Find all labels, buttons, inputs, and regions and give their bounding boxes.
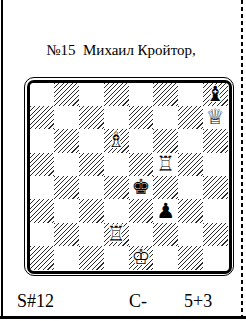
chess-problem-card: №15 Михаил Кройтор, Super Problem, 31.03… — [0, 0, 246, 321]
square-b8 — [54, 83, 79, 106]
chess-board: ♝♕♗♖♚♟♖♔ — [24, 77, 234, 276]
piece-white-queen: ♕ — [206, 107, 225, 128]
computer-test-label: C- — [129, 291, 147, 311]
title-line-author: №15 Михаил Кройтор, — [4, 41, 238, 61]
square-c5 — [79, 153, 104, 176]
square-d1 — [104, 246, 129, 269]
square-e6 — [129, 129, 154, 152]
square-b5 — [54, 153, 79, 176]
square-a3 — [30, 199, 55, 222]
page-border-left — [1, 0, 3, 319]
square-f5: ♖ — [153, 153, 178, 176]
square-c8 — [79, 83, 104, 106]
square-f6 — [153, 129, 178, 152]
square-c7 — [79, 106, 104, 129]
square-f8 — [153, 83, 178, 106]
square-a5 — [30, 153, 55, 176]
chess-board-inner-frame: ♝♕♗♖♚♟♖♔ — [27, 80, 232, 274]
square-a1 — [30, 246, 55, 269]
square-e8 — [129, 83, 154, 106]
square-e3 — [129, 199, 154, 222]
square-f2 — [153, 223, 178, 246]
square-d3 — [104, 199, 129, 222]
square-b3 — [54, 199, 79, 222]
square-b1 — [54, 246, 79, 269]
piece-white-rook: ♖ — [156, 154, 175, 175]
square-f1 — [153, 246, 178, 269]
square-b6 — [54, 129, 79, 152]
square-d5 — [104, 153, 129, 176]
square-g2 — [178, 223, 203, 246]
square-h1 — [203, 246, 228, 269]
square-f7 — [153, 106, 178, 129]
square-e1: ♔ — [129, 246, 154, 269]
square-c2 — [79, 223, 104, 246]
piece-black-king: ♚ — [131, 177, 150, 198]
square-g8 — [178, 83, 203, 106]
square-d2: ♖ — [104, 223, 129, 246]
square-b4 — [54, 176, 79, 199]
square-a4 — [30, 176, 55, 199]
square-f4 — [153, 176, 178, 199]
piece-black-pawn: ♟ — [156, 201, 175, 222]
square-d4 — [104, 176, 129, 199]
square-g6 — [178, 129, 203, 152]
square-a8 — [30, 83, 55, 106]
square-d6: ♗ — [104, 129, 129, 152]
square-h4 — [203, 176, 228, 199]
square-h3 — [203, 199, 228, 222]
square-g3 — [178, 199, 203, 222]
square-h2 — [203, 223, 228, 246]
piece-white-king: ♔ — [131, 247, 150, 268]
square-g1 — [178, 246, 203, 269]
square-g7 — [178, 106, 203, 129]
square-g5 — [178, 153, 203, 176]
square-e4: ♚ — [129, 176, 154, 199]
square-h6 — [203, 129, 228, 152]
square-h5 — [203, 153, 228, 176]
stipulation-label: S#12 — [17, 291, 54, 311]
square-g4 — [178, 176, 203, 199]
square-b2 — [54, 223, 79, 246]
piece-white-bishop: ♗ — [107, 130, 126, 151]
page-border-right-dashed — [241, 0, 243, 316]
square-e2 — [129, 223, 154, 246]
page-border-bottom — [0, 316, 246, 319]
material-count-label: 5+3 — [184, 291, 212, 311]
square-d7 — [104, 106, 129, 129]
chess-board-grid: ♝♕♗♖♚♟♖♔ — [30, 83, 228, 270]
square-e7 — [129, 106, 154, 129]
square-b7 — [54, 106, 79, 129]
square-c1 — [79, 246, 104, 269]
piece-black-bishop: ♝ — [206, 84, 225, 105]
square-a6 — [30, 129, 55, 152]
square-a2 — [30, 223, 55, 246]
piece-white-rook: ♖ — [107, 224, 126, 245]
square-h7: ♕ — [203, 106, 228, 129]
square-f3: ♟ — [153, 199, 178, 222]
square-e5 — [129, 153, 154, 176]
square-c6 — [79, 129, 104, 152]
square-h8: ♝ — [203, 83, 228, 106]
square-c4 — [79, 176, 104, 199]
square-c3 — [79, 199, 104, 222]
square-a7 — [30, 106, 55, 129]
square-d8 — [104, 83, 129, 106]
